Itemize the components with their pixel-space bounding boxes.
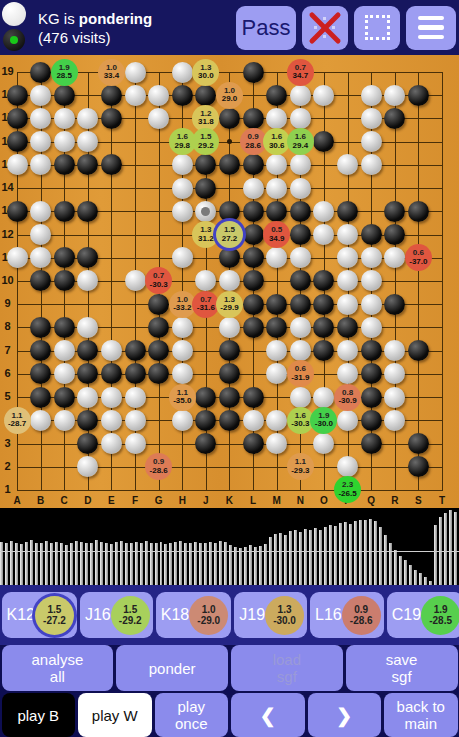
black-stone xyxy=(219,410,240,431)
white-stone xyxy=(243,410,264,431)
white-stone xyxy=(266,247,287,268)
black-stone xyxy=(54,247,75,268)
suggestion-button-J19[interactable]: J191.3-30.0 xyxy=(234,592,307,638)
white-stone xyxy=(77,456,98,477)
score-bar xyxy=(424,577,427,585)
white-stone xyxy=(266,433,287,454)
black-stone xyxy=(54,201,75,222)
score-graph[interactable] xyxy=(0,508,459,585)
go-board[interactable]: 19181716151413121110987654321ABCDEFGHJKL… xyxy=(0,55,459,508)
white-stone xyxy=(384,387,405,408)
black-stone xyxy=(195,433,216,454)
score-bar xyxy=(234,547,237,586)
select-region-button[interactable] xyxy=(354,6,400,50)
column-label: A xyxy=(11,495,23,506)
white-stone xyxy=(266,178,287,199)
score-bar xyxy=(214,543,217,585)
save-sgf-button[interactable]: savesgf xyxy=(346,645,458,691)
white-stone xyxy=(361,270,382,291)
white-stone xyxy=(172,317,193,338)
white-stone xyxy=(172,154,193,175)
black-stone xyxy=(30,270,51,291)
white-stone xyxy=(337,410,358,431)
suggestion-overlay-N16[interactable]: 1.629.4 xyxy=(287,128,314,155)
score-bar xyxy=(184,543,187,585)
black-stone xyxy=(54,85,75,106)
suggestion-coord: C19 xyxy=(392,606,421,624)
black-stone xyxy=(290,270,311,291)
white-stone xyxy=(172,62,193,83)
white-stone xyxy=(361,294,382,315)
black-stone xyxy=(77,410,98,431)
black-stone xyxy=(384,294,405,315)
column-label: S xyxy=(412,495,424,506)
white-stone xyxy=(361,131,382,152)
suggestion-overlay-J19[interactable]: 1.330.0 xyxy=(192,59,219,86)
black-stone xyxy=(195,154,216,175)
black-stone xyxy=(313,340,334,361)
suggestion-overlay-J16[interactable]: 1.529.2 xyxy=(192,128,219,155)
black-stone xyxy=(361,363,382,384)
black-stone xyxy=(313,294,334,315)
black-stone xyxy=(77,363,98,384)
black-stone xyxy=(101,154,122,175)
score-bar xyxy=(319,530,322,585)
black-stone xyxy=(54,387,75,408)
score-bar xyxy=(389,543,392,585)
black-stone xyxy=(77,433,98,454)
score-graph-midline xyxy=(0,551,459,552)
row-label: 1 xyxy=(0,483,15,495)
white-stone xyxy=(384,247,405,268)
white-stone xyxy=(125,85,146,106)
white-stone xyxy=(361,247,382,268)
score-bar xyxy=(379,527,382,585)
suggestion-button-C19[interactable]: C191.9-28.5 xyxy=(387,592,459,638)
black-stone xyxy=(54,317,75,338)
column-label: Q xyxy=(365,495,377,506)
row-label: 8 xyxy=(0,320,15,332)
hamburger-icon xyxy=(418,16,444,21)
score-bar xyxy=(239,548,242,585)
white-stone xyxy=(337,340,358,361)
score-bar xyxy=(354,521,357,585)
score-bar xyxy=(135,542,138,585)
suggestion-overlay-N19[interactable]: 0.734.7 xyxy=(287,59,314,86)
play-white-button[interactable]: play W xyxy=(78,693,152,737)
black-stone xyxy=(313,270,334,291)
score-bar xyxy=(454,512,457,585)
black-stone xyxy=(195,85,216,106)
white-stone xyxy=(290,108,311,129)
white-stone xyxy=(172,410,193,431)
black-stone xyxy=(361,387,382,408)
white-stone xyxy=(337,270,358,291)
white-stone xyxy=(54,363,75,384)
black-stone xyxy=(195,387,216,408)
black-stone xyxy=(77,154,98,175)
white-stone xyxy=(77,387,98,408)
black-stone xyxy=(243,317,264,338)
black-stone xyxy=(243,433,264,454)
dotted-square-icon xyxy=(365,15,390,40)
white-stone xyxy=(125,387,146,408)
white-stone xyxy=(7,154,28,175)
score-bar xyxy=(169,543,172,585)
score-bar xyxy=(334,526,337,585)
score-bar xyxy=(224,542,227,585)
white-stone xyxy=(384,363,405,384)
white-stone xyxy=(266,363,287,384)
black-stone xyxy=(408,340,429,361)
suggestion-overlay-C19[interactable]: 1.928.5 xyxy=(51,59,78,86)
black-stone xyxy=(408,433,429,454)
white-stone xyxy=(172,363,193,384)
score-graph-bars xyxy=(0,508,459,585)
score-bar xyxy=(209,542,212,585)
white-stone xyxy=(125,62,146,83)
white-stone xyxy=(54,410,75,431)
row-label: 14 xyxy=(0,181,15,193)
white-stone xyxy=(266,154,287,175)
suggestion-coord: L16 xyxy=(315,606,342,624)
black-stone xyxy=(219,340,240,361)
score-bar xyxy=(449,510,452,585)
column-label: R xyxy=(389,495,401,506)
suggestion-overlay-K18[interactable]: 1.029.0 xyxy=(216,82,243,109)
white-stone xyxy=(337,294,358,315)
black-stone xyxy=(337,317,358,338)
score-bar xyxy=(115,542,118,585)
column-label: C xyxy=(58,495,70,506)
score-bar xyxy=(120,541,123,585)
white-stone xyxy=(77,108,98,129)
white-stone xyxy=(101,387,122,408)
black-stone xyxy=(243,224,264,245)
white-stone xyxy=(7,247,28,268)
column-label: N xyxy=(294,495,306,506)
suggestion-overlay-N6[interactable]: 0.6-31.9 xyxy=(287,360,314,387)
row-label: 19 xyxy=(0,65,15,77)
load-sgf-button: loadsgf xyxy=(231,645,343,691)
black-stone xyxy=(7,131,28,152)
white-stone xyxy=(313,387,334,408)
suggestion-score-circle: 1.9-28.5 xyxy=(421,596,459,635)
row-label: 9 xyxy=(0,297,15,309)
black-stone xyxy=(219,387,240,408)
white-stone xyxy=(148,85,169,106)
score-bar xyxy=(5,543,8,585)
status-prefix: KG is xyxy=(38,10,79,27)
white-stone xyxy=(54,340,75,361)
suggestion-overlay-P5[interactable]: 0.8-30.9 xyxy=(334,384,361,411)
black-stone xyxy=(54,154,75,175)
score-bar xyxy=(140,543,143,585)
score-bar xyxy=(199,543,202,585)
black-stone xyxy=(408,85,429,106)
suggestion-button-K18[interactable]: K181.0-29.0 xyxy=(156,592,231,638)
white-stone xyxy=(290,178,311,199)
black-stone xyxy=(313,317,334,338)
black-stone xyxy=(219,363,240,384)
score-bar xyxy=(344,522,347,585)
control-row-1: analyseallponderloadsgfsavesgf xyxy=(0,645,459,691)
score-bar xyxy=(174,542,177,585)
black-stone xyxy=(30,387,51,408)
score-bar xyxy=(125,543,128,585)
black-stone xyxy=(361,433,382,454)
black-stone xyxy=(384,108,405,129)
black-stone xyxy=(243,387,264,408)
black-player-indicator-icon xyxy=(3,29,25,51)
suggestion-score-circle: 1.0-29.0 xyxy=(189,596,228,635)
score-bar xyxy=(150,543,153,585)
score-bar xyxy=(374,521,377,585)
visit-count: (476 visits) xyxy=(38,28,230,47)
white-stone xyxy=(125,270,146,291)
white-stone xyxy=(125,433,146,454)
next-move-button[interactable]: ❯ xyxy=(308,693,382,737)
score-bar xyxy=(309,530,312,585)
white-stone xyxy=(266,340,287,361)
black-stone xyxy=(408,201,429,222)
undo-button[interactable] xyxy=(302,6,348,50)
score-bar xyxy=(314,528,317,585)
white-stone xyxy=(125,410,146,431)
suggestion-score-circle: 1.3-30.0 xyxy=(265,596,304,635)
score-bar xyxy=(40,543,43,585)
black-stone xyxy=(77,340,98,361)
white-stone xyxy=(361,85,382,106)
white-stone xyxy=(195,270,216,291)
score-bar xyxy=(35,543,38,585)
suggestion-button-L16[interactable]: L160.9-28.6 xyxy=(310,592,384,638)
score-bar xyxy=(0,542,3,585)
white-stone xyxy=(30,85,51,106)
score-bar xyxy=(219,541,222,585)
black-stone xyxy=(30,363,51,384)
suggestion-overlay-E19[interactable]: 1.033.4 xyxy=(98,59,125,86)
white-stone xyxy=(77,317,98,338)
suggestion-overlay-K9[interactable]: 1.3-29.9 xyxy=(216,291,243,318)
white-stone xyxy=(30,108,51,129)
suggestion-coord: J16 xyxy=(85,606,111,624)
score-bar xyxy=(45,541,48,585)
black-stone xyxy=(101,85,122,106)
prev-move-button[interactable]: ❮ xyxy=(231,693,305,737)
suggestion-overlay-N2[interactable]: 1.1-29.3 xyxy=(287,453,314,480)
white-stone xyxy=(172,247,193,268)
white-stone xyxy=(290,85,311,106)
score-bar xyxy=(25,542,28,585)
white-stone xyxy=(30,410,51,431)
analyse-all-button[interactable]: analyseall xyxy=(2,645,114,691)
suggestion-overlay-K12[interactable]: 1.527.2 xyxy=(216,221,243,248)
black-stone xyxy=(266,317,287,338)
white-stone xyxy=(337,363,358,384)
control-row-2: play Bplay Wplayonce❮❯back tomain xyxy=(0,693,459,737)
white-stone xyxy=(290,317,311,338)
score-bar xyxy=(244,547,247,586)
black-stone xyxy=(243,201,264,222)
column-label: G xyxy=(153,495,165,506)
suggestion-overlay-G10[interactable]: 0.7-30.3 xyxy=(145,267,172,294)
black-stone xyxy=(361,224,382,245)
score-bar xyxy=(404,560,407,585)
score-bar xyxy=(284,535,287,585)
score-bar xyxy=(10,541,13,585)
black-stone xyxy=(101,108,122,129)
white-stone xyxy=(313,224,334,245)
score-bar xyxy=(444,513,447,585)
black-stone xyxy=(243,270,264,291)
score-bar xyxy=(369,519,372,585)
white-stone xyxy=(313,201,334,222)
suggestion-overlay-S11[interactable]: 0.6-37.0 xyxy=(405,244,432,271)
suggestion-button-K12[interactable]: K121.5-27.2 xyxy=(2,592,77,638)
score-bar xyxy=(179,541,182,585)
suggestion-overlay-A4[interactable]: 1.1-28.7 xyxy=(4,407,31,434)
column-label: M xyxy=(271,495,283,506)
white-stone xyxy=(313,85,334,106)
white-stone xyxy=(172,340,193,361)
white-stone xyxy=(30,247,51,268)
score-bar xyxy=(145,541,148,585)
suggestion-coord: K12 xyxy=(7,606,35,624)
white-stone xyxy=(30,131,51,152)
column-label: L xyxy=(247,495,259,506)
score-bar xyxy=(75,541,78,585)
black-stone xyxy=(195,178,216,199)
black-stone xyxy=(125,363,146,384)
black-stone xyxy=(243,247,264,268)
column-label: K xyxy=(223,495,235,506)
white-stone xyxy=(101,340,122,361)
white-stone xyxy=(337,247,358,268)
pass-button[interactable]: Pass xyxy=(236,6,296,50)
white-stone xyxy=(243,178,264,199)
score-bar xyxy=(254,547,257,585)
white-stone xyxy=(54,108,75,129)
row-label: 2 xyxy=(0,460,15,472)
menu-button[interactable] xyxy=(406,6,456,50)
black-stone xyxy=(7,108,28,129)
white-stone xyxy=(361,154,382,175)
black-stone xyxy=(266,294,287,315)
black-stone xyxy=(172,85,193,106)
score-bar xyxy=(329,525,332,585)
score-bar xyxy=(294,530,297,585)
black-stone xyxy=(243,154,264,175)
column-label: B xyxy=(35,495,47,506)
score-bar xyxy=(80,542,83,585)
black-stone xyxy=(219,108,240,129)
black-stone xyxy=(337,201,358,222)
suggestion-overlay-P1[interactable]: 2.3-26.5 xyxy=(334,476,361,503)
suggestion-overlay-M12[interactable]: 0.534.9 xyxy=(263,221,290,248)
row-label: 6 xyxy=(0,367,15,379)
black-stone xyxy=(361,340,382,361)
row-label: 12 xyxy=(0,228,15,240)
score-bar xyxy=(399,556,402,585)
white-stone xyxy=(148,108,169,129)
white-stone xyxy=(384,85,405,106)
grid-vline xyxy=(418,72,419,491)
white-stone xyxy=(219,270,240,291)
white-player-indicator-icon xyxy=(2,2,26,26)
play-once-button[interactable]: playonce xyxy=(155,693,229,737)
grid-vline xyxy=(442,72,443,491)
black-stone xyxy=(384,201,405,222)
black-stone xyxy=(7,85,28,106)
score-bar xyxy=(30,540,33,585)
suggestion-coord: K18 xyxy=(161,606,189,624)
black-stone xyxy=(30,317,51,338)
play-black-button[interactable]: play B xyxy=(2,693,76,737)
row-label: 5 xyxy=(0,390,15,402)
score-bar xyxy=(160,542,163,585)
score-bar xyxy=(359,520,362,585)
white-stone xyxy=(30,201,51,222)
suggestion-coord: J19 xyxy=(239,606,265,624)
suggestion-score-circle: 1.5-27.2 xyxy=(35,596,74,635)
score-bar xyxy=(50,543,53,585)
suggestion-score-circle: 1.5-29.2 xyxy=(111,596,150,635)
score-bar xyxy=(60,543,63,585)
suggestion-overlay-O4[interactable]: 1.9-30.0 xyxy=(310,407,337,434)
black-stone xyxy=(266,85,287,106)
white-stone xyxy=(266,410,287,431)
score-bar xyxy=(384,535,387,585)
column-label: O xyxy=(318,495,330,506)
black-stone xyxy=(361,410,382,431)
ponder-button[interactable]: ponder xyxy=(116,645,228,691)
black-stone xyxy=(243,62,264,83)
black-stone xyxy=(290,294,311,315)
score-bar xyxy=(419,573,422,585)
black-stone xyxy=(148,317,169,338)
white-stone xyxy=(266,108,287,129)
suggestion-overlay-G2[interactable]: 0.9-28.6 xyxy=(145,453,172,480)
black-stone xyxy=(195,410,216,431)
black-stone xyxy=(125,340,146,361)
black-stone xyxy=(77,201,98,222)
black-stone xyxy=(243,108,264,129)
column-label: J xyxy=(200,495,212,506)
black-stone xyxy=(30,62,51,83)
back-to-main-button[interactable]: back tomain xyxy=(384,693,458,737)
white-stone xyxy=(361,108,382,129)
black-stone xyxy=(313,131,334,152)
score-bar xyxy=(349,524,352,585)
suggestion-button-J16[interactable]: J161.5-29.2 xyxy=(80,592,153,638)
black-stone xyxy=(266,201,287,222)
score-bar xyxy=(85,543,88,585)
turn-indicators xyxy=(0,0,30,55)
column-label: D xyxy=(82,495,94,506)
black-stone xyxy=(101,363,122,384)
suggestion-overlay-H5[interactable]: 1.1-35.0 xyxy=(169,384,196,411)
score-bar xyxy=(304,529,307,585)
red-x-icon xyxy=(308,11,342,45)
white-stone xyxy=(384,340,405,361)
score-bar xyxy=(289,531,292,585)
score-bar xyxy=(279,533,282,585)
white-stone xyxy=(384,410,405,431)
score-bar xyxy=(274,534,277,585)
score-bar xyxy=(15,543,18,585)
black-stone xyxy=(148,340,169,361)
